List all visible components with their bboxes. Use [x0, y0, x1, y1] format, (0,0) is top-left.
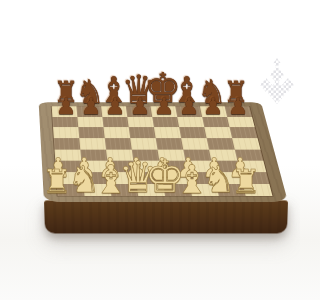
dark-pawn-f7: ♟	[178, 95, 201, 118]
piece-layer: ♜♞♝♛♚♝♞♜♟♟♟♟♟♟♟♟♟♟♟♟♟♟♟♟♜♞♝♛♚♝♞♜	[0, 0, 300, 300]
dark-pawn-d7: ♟	[129, 95, 152, 118]
dark-pawn-a7: ♟	[55, 95, 78, 118]
chess-set-photo: ♜♞♝♛♚♝♞♜♟♟♟♟♟♟♟♟♟♟♟♟♟♟♟♟♜♞♝♛♚♝♞♜	[0, 0, 300, 300]
dark-pawn-c7: ♟	[104, 95, 127, 118]
dark-pawn-h7: ♟	[227, 95, 250, 118]
dark-pawn-b7: ♟	[80, 95, 103, 118]
dark-pawn-e7: ♟	[153, 95, 176, 118]
white-rook-h1: ♜	[230, 165, 263, 198]
dark-pawn-g7: ♟	[202, 95, 225, 118]
